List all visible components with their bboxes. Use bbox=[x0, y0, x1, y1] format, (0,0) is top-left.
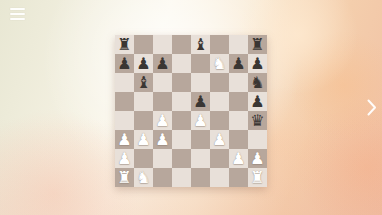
piece-black-knight[interactable]: ♞ bbox=[250, 74, 264, 90]
square-b3[interactable]: ♟ bbox=[134, 130, 153, 149]
square-c7[interactable]: ♟ bbox=[153, 54, 172, 73]
chevron-right-icon[interactable] bbox=[366, 99, 378, 116]
piece-white-pawn[interactable]: ♟ bbox=[212, 131, 226, 147]
menu-bar bbox=[10, 18, 25, 20]
piece-white-rook[interactable]: ♜ bbox=[117, 169, 131, 185]
piece-black-pawn[interactable]: ♟ bbox=[250, 55, 264, 71]
square-b8[interactable] bbox=[134, 35, 153, 54]
square-h3[interactable] bbox=[248, 130, 267, 149]
square-b1[interactable]: ♞ bbox=[134, 168, 153, 187]
square-b2[interactable] bbox=[134, 149, 153, 168]
square-g2[interactable]: ♟ bbox=[229, 149, 248, 168]
square-d4[interactable] bbox=[172, 111, 191, 130]
square-e3[interactable] bbox=[191, 130, 210, 149]
piece-white-pawn[interactable]: ♟ bbox=[250, 150, 264, 166]
piece-black-pawn[interactable]: ♟ bbox=[117, 55, 131, 71]
square-f2[interactable] bbox=[210, 149, 229, 168]
piece-black-pawn[interactable]: ♟ bbox=[136, 55, 150, 71]
square-h6[interactable]: ♞ bbox=[248, 73, 267, 92]
menu-bar bbox=[10, 13, 25, 15]
chess-board: ♜♝♜♟♟♟♞♟♟♝♞♟♟♟♟♛♟♟♟♟♟♟♟♜♞♜ bbox=[115, 35, 267, 187]
square-f8[interactable] bbox=[210, 35, 229, 54]
square-e2[interactable] bbox=[191, 149, 210, 168]
piece-black-rook[interactable]: ♜ bbox=[250, 36, 264, 52]
square-d7[interactable] bbox=[172, 54, 191, 73]
square-a1[interactable]: ♜ bbox=[115, 168, 134, 187]
square-g5[interactable] bbox=[229, 92, 248, 111]
square-e7[interactable] bbox=[191, 54, 210, 73]
square-e8[interactable]: ♝ bbox=[191, 35, 210, 54]
square-h4[interactable]: ♛ bbox=[248, 111, 267, 130]
square-a5[interactable] bbox=[115, 92, 134, 111]
piece-white-pawn[interactable]: ♟ bbox=[117, 131, 131, 147]
menu-bar bbox=[10, 8, 25, 10]
square-c5[interactable] bbox=[153, 92, 172, 111]
piece-black-rook[interactable]: ♜ bbox=[117, 36, 131, 52]
square-c4[interactable]: ♟ bbox=[153, 111, 172, 130]
square-c6[interactable] bbox=[153, 73, 172, 92]
piece-white-pawn[interactable]: ♟ bbox=[193, 112, 207, 128]
app-screen: ♜♝♜♟♟♟♞♟♟♝♞♟♟♟♟♛♟♟♟♟♟♟♟♜♞♜ bbox=[0, 0, 382, 215]
square-g6[interactable] bbox=[229, 73, 248, 92]
piece-white-knight[interactable]: ♞ bbox=[136, 169, 150, 185]
square-h8[interactable]: ♜ bbox=[248, 35, 267, 54]
piece-white-pawn[interactable]: ♟ bbox=[155, 112, 169, 128]
piece-black-pawn[interactable]: ♟ bbox=[250, 93, 264, 109]
piece-black-pawn[interactable]: ♟ bbox=[193, 93, 207, 109]
square-b5[interactable] bbox=[134, 92, 153, 111]
menu-icon[interactable] bbox=[10, 8, 25, 20]
square-d6[interactable] bbox=[172, 73, 191, 92]
piece-white-pawn[interactable]: ♟ bbox=[231, 150, 245, 166]
square-d3[interactable] bbox=[172, 130, 191, 149]
square-g7[interactable]: ♟ bbox=[229, 54, 248, 73]
square-g3[interactable] bbox=[229, 130, 248, 149]
square-d1[interactable] bbox=[172, 168, 191, 187]
square-a3[interactable]: ♟ bbox=[115, 130, 134, 149]
square-h5[interactable]: ♟ bbox=[248, 92, 267, 111]
square-f4[interactable] bbox=[210, 111, 229, 130]
square-f6[interactable] bbox=[210, 73, 229, 92]
square-d2[interactable] bbox=[172, 149, 191, 168]
square-a6[interactable] bbox=[115, 73, 134, 92]
piece-white-pawn[interactable]: ♟ bbox=[117, 150, 131, 166]
piece-black-pawn[interactable]: ♟ bbox=[231, 55, 245, 71]
piece-white-pawn[interactable]: ♟ bbox=[136, 131, 150, 147]
piece-black-pawn[interactable]: ♟ bbox=[155, 55, 169, 71]
square-b7[interactable]: ♟ bbox=[134, 54, 153, 73]
square-f3[interactable]: ♟ bbox=[210, 130, 229, 149]
square-b6[interactable]: ♝ bbox=[134, 73, 153, 92]
square-a7[interactable]: ♟ bbox=[115, 54, 134, 73]
square-a2[interactable]: ♟ bbox=[115, 149, 134, 168]
square-d8[interactable] bbox=[172, 35, 191, 54]
square-g4[interactable] bbox=[229, 111, 248, 130]
piece-black-bishop[interactable]: ♝ bbox=[193, 36, 207, 52]
square-f7[interactable]: ♞ bbox=[210, 54, 229, 73]
square-f1[interactable] bbox=[210, 168, 229, 187]
square-f5[interactable] bbox=[210, 92, 229, 111]
square-e5[interactable]: ♟ bbox=[191, 92, 210, 111]
piece-black-queen[interactable]: ♛ bbox=[250, 112, 264, 128]
piece-black-bishop[interactable]: ♝ bbox=[136, 74, 150, 90]
piece-white-knight[interactable]: ♞ bbox=[212, 55, 226, 71]
square-b4[interactable] bbox=[134, 111, 153, 130]
square-c2[interactable] bbox=[153, 149, 172, 168]
square-d5[interactable] bbox=[172, 92, 191, 111]
square-e6[interactable] bbox=[191, 73, 210, 92]
square-e1[interactable] bbox=[191, 168, 210, 187]
square-c8[interactable] bbox=[153, 35, 172, 54]
square-g8[interactable] bbox=[229, 35, 248, 54]
square-h1[interactable]: ♜ bbox=[248, 168, 267, 187]
square-a8[interactable]: ♜ bbox=[115, 35, 134, 54]
square-h7[interactable]: ♟ bbox=[248, 54, 267, 73]
square-a4[interactable] bbox=[115, 111, 134, 130]
square-c1[interactable] bbox=[153, 168, 172, 187]
square-g1[interactable] bbox=[229, 168, 248, 187]
square-e4[interactable]: ♟ bbox=[191, 111, 210, 130]
square-h2[interactable]: ♟ bbox=[248, 149, 267, 168]
piece-white-rook[interactable]: ♜ bbox=[250, 169, 264, 185]
piece-white-pawn[interactable]: ♟ bbox=[155, 131, 169, 147]
square-c3[interactable]: ♟ bbox=[153, 130, 172, 149]
